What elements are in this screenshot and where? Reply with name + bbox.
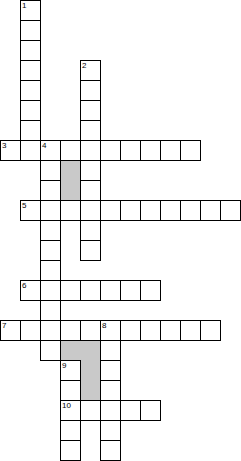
letter-cell-r12c2[interactable]: [40, 240, 61, 261]
letter-cell-r7c5[interactable]: [100, 140, 121, 161]
letter-cell-r18c5[interactable]: [100, 360, 121, 381]
letter-cell-r16c8[interactable]: [160, 320, 181, 341]
letter-cell-r20c4[interactable]: [80, 400, 101, 421]
letter-cell-r16c1[interactable]: [20, 320, 41, 341]
crossword-board: 12345678910: [0, 0, 241, 461]
letter-cell-r16c5[interactable]: 8: [100, 320, 121, 341]
letter-cell-r9c2[interactable]: [40, 180, 61, 201]
letter-cell-r21c5[interactable]: [100, 420, 121, 441]
shaded-region-fill-2: [81, 341, 100, 400]
letter-cell-r7c1[interactable]: [20, 140, 41, 161]
clue-number-9: 9: [62, 361, 66, 370]
letter-cell-r8c2[interactable]: [40, 160, 61, 181]
letter-cell-r21c3[interactable]: [60, 420, 81, 441]
clue-number-1: 1: [22, 1, 26, 10]
letter-cell-r5c4[interactable]: [80, 100, 101, 121]
clue-number-5: 5: [22, 201, 26, 210]
letter-cell-r13c2[interactable]: [40, 260, 61, 281]
letter-cell-r1c1[interactable]: [20, 20, 41, 41]
letter-cell-r15c2[interactable]: [40, 300, 61, 321]
letter-cell-r10c9[interactable]: [180, 200, 201, 221]
letter-cell-r11c2[interactable]: [40, 220, 61, 241]
clue-number-2: 2: [82, 61, 86, 70]
letter-cell-r14c4[interactable]: [80, 280, 101, 301]
letter-cell-r16c9[interactable]: [180, 320, 201, 341]
letter-cell-r5c1[interactable]: [20, 100, 41, 121]
clue-number-3: 3: [2, 141, 6, 150]
shaded-region-fill-0: [61, 161, 80, 200]
letter-cell-r20c7[interactable]: [140, 400, 161, 421]
letter-cell-r20c5[interactable]: [100, 400, 121, 421]
letter-cell-r3c4[interactable]: 2: [80, 60, 101, 81]
letter-cell-r10c2[interactable]: [40, 200, 61, 221]
letter-cell-r20c3[interactable]: 10: [60, 400, 81, 421]
letter-cell-r10c10[interactable]: [200, 200, 221, 221]
clue-number-8: 8: [102, 321, 106, 330]
letter-cell-r7c2[interactable]: 4: [40, 140, 61, 161]
letter-cell-r7c3[interactable]: [60, 140, 81, 161]
letter-cell-r12c4[interactable]: [80, 240, 101, 261]
letter-cell-r16c4[interactable]: [80, 320, 101, 341]
clue-number-4: 4: [42, 141, 46, 150]
letter-cell-r17c2[interactable]: [40, 340, 61, 361]
letter-cell-r7c9[interactable]: [180, 140, 201, 161]
letter-cell-r6c1[interactable]: [20, 120, 41, 141]
letter-cell-r7c6[interactable]: [120, 140, 141, 161]
letter-cell-r8c4[interactable]: [80, 160, 101, 181]
letter-cell-r10c4[interactable]: [80, 200, 101, 221]
letter-cell-r7c8[interactable]: [160, 140, 181, 161]
clue-number-7: 7: [2, 321, 6, 330]
letter-cell-r16c10[interactable]: [200, 320, 221, 341]
letter-cell-r7c0[interactable]: 3: [0, 140, 21, 161]
letter-cell-r7c4[interactable]: [80, 140, 101, 161]
letter-cell-r16c7[interactable]: [140, 320, 161, 341]
letter-cell-r7c7[interactable]: [140, 140, 161, 161]
letter-cell-r10c8[interactable]: [160, 200, 181, 221]
letter-cell-r9c4[interactable]: [80, 180, 101, 201]
letter-cell-r20c6[interactable]: [120, 400, 141, 421]
letter-cell-r16c6[interactable]: [120, 320, 141, 341]
letter-cell-r17c5[interactable]: [100, 340, 121, 361]
letter-cell-r0c1[interactable]: 1: [20, 0, 41, 21]
letter-cell-r14c5[interactable]: [100, 280, 121, 301]
letter-cell-r10c5[interactable]: [100, 200, 121, 221]
letter-cell-r19c5[interactable]: [100, 380, 121, 401]
letter-cell-r18c3[interactable]: 9: [60, 360, 81, 381]
letter-cell-r10c11[interactable]: [220, 200, 241, 221]
letter-cell-r10c7[interactable]: [140, 200, 161, 221]
letter-cell-r19c3[interactable]: [60, 380, 81, 401]
letter-cell-r6c4[interactable]: [80, 120, 101, 141]
letter-cell-r16c3[interactable]: [60, 320, 81, 341]
clue-number-10: 10: [62, 401, 71, 410]
letter-cell-r3c1[interactable]: [20, 60, 41, 81]
letter-cell-r16c0[interactable]: 7: [0, 320, 21, 341]
letter-cell-r14c1[interactable]: 6: [20, 280, 41, 301]
letter-cell-r10c1[interactable]: 5: [20, 200, 41, 221]
letter-cell-r11c4[interactable]: [80, 220, 101, 241]
letter-cell-r22c3[interactable]: [60, 440, 81, 461]
letter-cell-r14c7[interactable]: [140, 280, 161, 301]
letter-cell-r16c2[interactable]: [40, 320, 61, 341]
clue-number-6: 6: [22, 281, 26, 290]
letter-cell-r2c1[interactable]: [20, 40, 41, 61]
letter-cell-r14c6[interactable]: [120, 280, 141, 301]
letter-cell-r14c3[interactable]: [60, 280, 81, 301]
letter-cell-r14c2[interactable]: [40, 280, 61, 301]
letter-cell-r4c4[interactable]: [80, 80, 101, 101]
letter-cell-r22c5[interactable]: [100, 440, 121, 461]
letter-cell-r4c1[interactable]: [20, 80, 41, 101]
letter-cell-r10c3[interactable]: [60, 200, 81, 221]
letter-cell-r10c6[interactable]: [120, 200, 141, 221]
